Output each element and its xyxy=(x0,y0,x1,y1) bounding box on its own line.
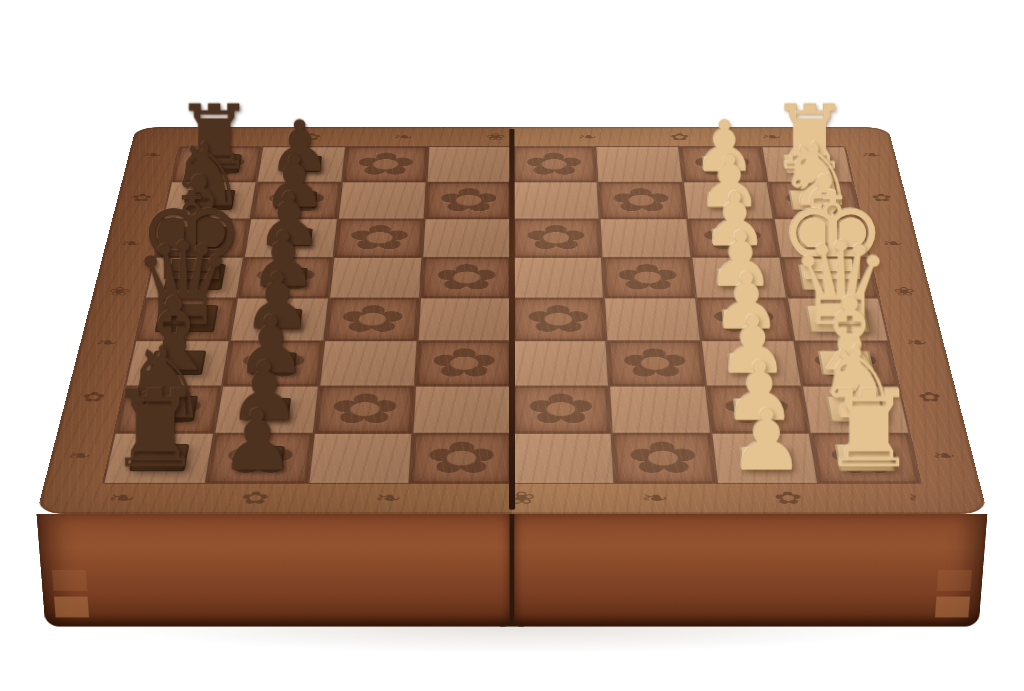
square-a3: ✿ xyxy=(612,434,715,483)
square-b5 xyxy=(414,386,511,433)
square-h3 xyxy=(596,147,681,181)
square-h7: ♟ xyxy=(257,147,344,181)
hinge-seam xyxy=(509,129,516,510)
square-d2: ✿♟ xyxy=(697,298,794,340)
black-king-base xyxy=(163,264,225,290)
white-pawn-base xyxy=(712,229,755,247)
white-king-base xyxy=(798,264,860,290)
black-queen-base xyxy=(154,305,218,332)
square-g2: ♟ xyxy=(683,182,772,218)
square-g3: ✿ xyxy=(598,182,685,218)
square-d1: ♛ xyxy=(788,298,887,340)
square-f1: ♝ xyxy=(775,219,869,257)
black-pawn-base xyxy=(250,352,297,373)
square-a2: ♟ xyxy=(712,434,817,483)
square-g1: ✿♞ xyxy=(769,182,860,218)
square-e8: ♚ xyxy=(146,258,242,298)
carved-flower-icon: ✿ xyxy=(525,389,598,430)
black-pawn-base xyxy=(263,268,307,287)
white-pawn-base xyxy=(739,446,788,469)
square-g7: ✿♟ xyxy=(251,182,340,218)
black-bishop-base xyxy=(149,350,206,375)
square-e4 xyxy=(513,258,603,298)
square-b2: ✿♟ xyxy=(706,386,808,433)
white-rook-base xyxy=(835,444,895,471)
white-bishop-base xyxy=(795,227,847,248)
white-pawn-base xyxy=(707,191,749,208)
square-d5 xyxy=(419,298,511,340)
white-knight-base xyxy=(789,190,840,210)
square-e5: ✿ xyxy=(421,258,511,298)
carved-flower-icon: ✿ xyxy=(523,149,585,180)
square-g8: ♞ xyxy=(164,182,255,218)
square-h1: ♜ xyxy=(763,147,852,181)
carved-flower-icon: ✿ xyxy=(524,221,590,255)
square-b3 xyxy=(610,386,710,433)
square-g5: ✿ xyxy=(426,182,511,218)
square-c5: ✿ xyxy=(416,341,511,385)
square-b7: ♟ xyxy=(215,386,317,433)
square-a6 xyxy=(309,434,412,483)
square-e2: ♟ xyxy=(692,258,786,298)
white-rook-base xyxy=(782,154,832,173)
black-knight-base xyxy=(139,396,198,422)
square-c6 xyxy=(320,341,417,385)
black-pawn-base xyxy=(269,229,312,247)
carved-flower-icon: ✿ xyxy=(428,344,499,383)
black-pawn-base xyxy=(235,446,284,469)
square-e6 xyxy=(330,258,422,298)
carved-flower-icon: ✿ xyxy=(337,301,408,338)
square-h2: ✿♟ xyxy=(679,147,766,181)
square-f4: ✿ xyxy=(513,219,601,257)
square-h8: ✿♜ xyxy=(172,147,261,181)
white-knight-base xyxy=(826,396,885,422)
carved-flower-icon: ✿ xyxy=(353,149,417,180)
white-pawn-base xyxy=(702,156,743,172)
carved-flower-icon: ✿ xyxy=(433,260,500,295)
square-f3 xyxy=(600,219,690,257)
square-d6: ✿ xyxy=(325,298,419,340)
carved-flower-icon: ✿ xyxy=(524,301,593,338)
black-pawn-base xyxy=(243,398,291,420)
carved-flower-icon: ✿ xyxy=(424,436,499,480)
square-c8: ♝ xyxy=(126,341,228,385)
black-pawn-base xyxy=(275,191,317,208)
white-pawn-base xyxy=(733,398,781,420)
square-b1: ♞ xyxy=(803,386,908,433)
square-d7: ♟ xyxy=(231,298,328,340)
square-c4 xyxy=(513,341,608,385)
black-rook-base xyxy=(129,444,189,471)
square-e1: ✿♚ xyxy=(781,258,877,298)
square-d3 xyxy=(605,298,699,340)
black-rook-base xyxy=(192,154,242,173)
carved-flower-icon: ✿ xyxy=(327,389,402,430)
board-stage: ❧ ✿ ❧ ❀ ❧ ✿ ❧ ❧ ✿ ❧ ❀ ❧ ✿ ❧ ❧ ✿ ❧ ❀ ❧ ✿ … xyxy=(36,127,987,514)
carved-flower-icon: ✿ xyxy=(437,184,501,216)
white-pawn-base xyxy=(727,352,774,373)
square-h4: ✿ xyxy=(513,147,596,181)
box-front-left xyxy=(36,514,509,627)
square-b4: ✿ xyxy=(513,386,610,433)
square-c7: ✿♟ xyxy=(223,341,323,385)
square-e7: ✿♟ xyxy=(238,258,332,298)
square-b8: ✿♞ xyxy=(116,386,221,433)
square-h6: ✿ xyxy=(343,147,428,181)
square-b6: ✿ xyxy=(314,386,414,433)
square-g4 xyxy=(513,182,598,218)
square-c3: ✿ xyxy=(607,341,704,385)
square-f5 xyxy=(424,219,512,257)
square-a1: ✿♜ xyxy=(811,434,919,483)
square-a4 xyxy=(513,434,613,483)
carved-flower-icon: ✿ xyxy=(625,436,702,480)
white-bishop-base xyxy=(818,350,875,375)
white-queen-base xyxy=(806,305,870,332)
carved-flower-icon: ✿ xyxy=(345,221,412,255)
black-knight-base xyxy=(184,190,235,210)
square-e3: ✿ xyxy=(602,258,694,298)
square-d4: ✿ xyxy=(513,298,605,340)
square-c2: ♟ xyxy=(701,341,801,385)
square-h5 xyxy=(428,147,511,181)
carved-flower-icon: ✿ xyxy=(619,344,692,383)
square-a7: ✿♟ xyxy=(207,434,312,483)
black-pawn-base xyxy=(257,309,302,329)
square-f7: ♟ xyxy=(245,219,337,257)
square-f6: ✿ xyxy=(334,219,424,257)
black-bishop-base xyxy=(176,227,228,248)
white-pawn-base xyxy=(717,268,761,287)
square-f2: ✿♟ xyxy=(688,219,780,257)
square-f8: ✿♝ xyxy=(155,219,249,257)
square-d8: ✿♛ xyxy=(137,298,236,340)
carved-flower-icon: ✿ xyxy=(614,260,683,295)
square-a5: ✿ xyxy=(411,434,511,483)
box-front-right xyxy=(514,514,987,627)
white-pawn-base xyxy=(722,309,767,329)
square-a8: ♜ xyxy=(104,434,212,483)
photo-scene: ❧ ✿ ❧ ❀ ❧ ✿ ❧ ❧ ✿ ❧ ❀ ❧ ✿ ❧ ❧ ✿ ❧ ❀ ❧ ✿ … xyxy=(0,0,1024,691)
carved-flower-icon: ✿ xyxy=(609,184,675,216)
black-pawn-base xyxy=(281,156,322,172)
square-c1: ✿♝ xyxy=(796,341,898,385)
square-g6 xyxy=(338,182,425,218)
